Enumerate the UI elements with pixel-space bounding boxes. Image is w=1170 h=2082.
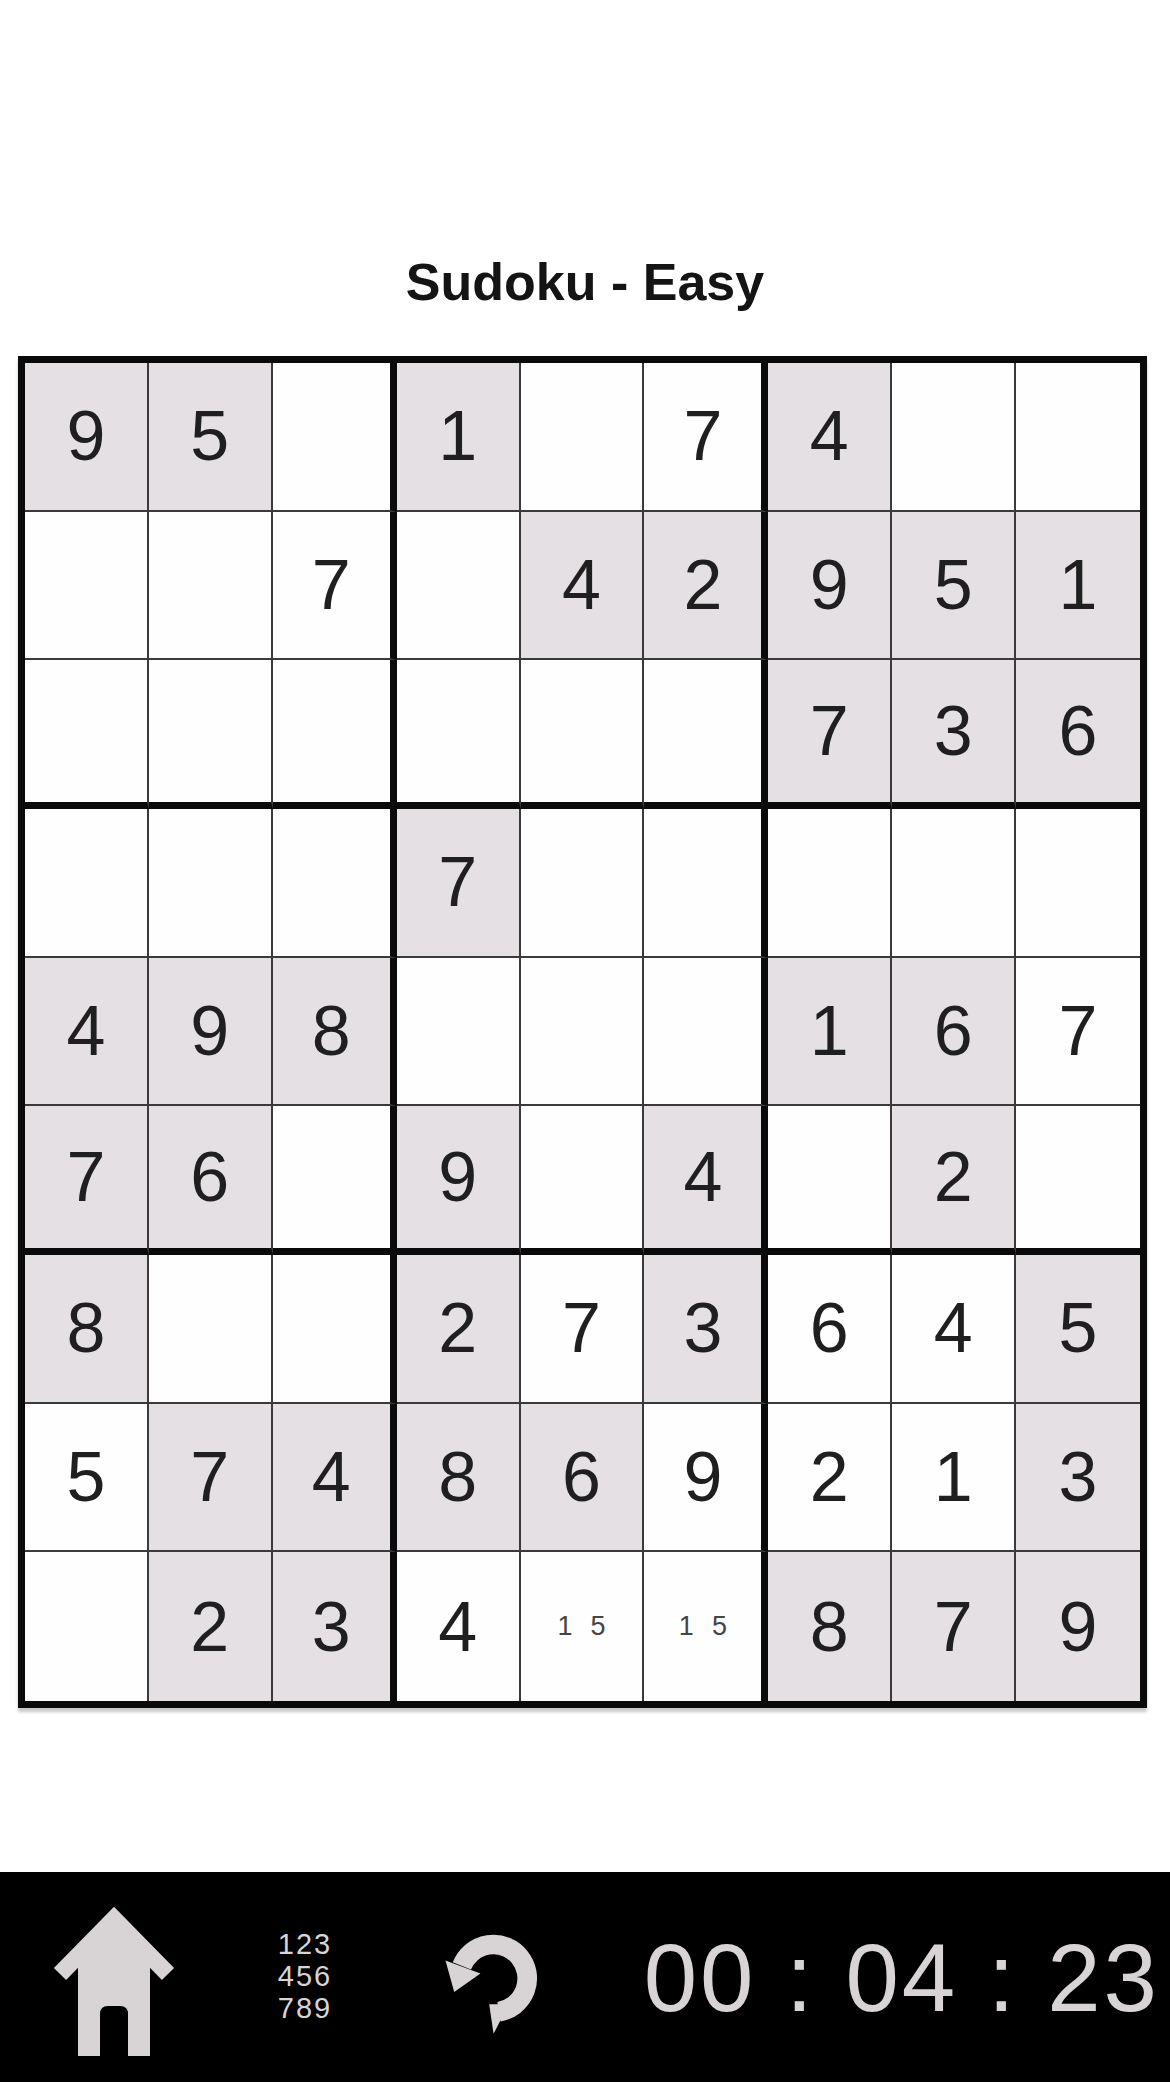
cell-value: 7 xyxy=(810,696,849,766)
cell-r8c7[interactable]: 2 xyxy=(768,1404,892,1553)
cell-value: 8 xyxy=(438,1442,477,1512)
cell-r5c8[interactable]: 6 xyxy=(892,958,1016,1107)
cell-r3c2[interactable] xyxy=(149,660,273,809)
cell-r8c9[interactable]: 3 xyxy=(1016,1404,1140,1553)
cell-r7c5[interactable]: 7 xyxy=(521,1255,645,1404)
cell-value: 2 xyxy=(190,1592,229,1662)
cell-r4c5[interactable] xyxy=(521,809,645,958)
page-title: Sudoku - Easy xyxy=(0,254,1170,310)
cell-value: 7 xyxy=(1059,996,1098,1066)
cell-r3c4[interactable] xyxy=(397,660,521,809)
cell-r9c4[interactable]: 4 xyxy=(397,1552,521,1701)
cell-r2c2[interactable] xyxy=(149,512,273,661)
cell-r5c4[interactable] xyxy=(397,958,521,1107)
cell-value: 7 xyxy=(934,1592,973,1662)
cell-r9c1[interactable] xyxy=(25,1552,149,1701)
cell-r4c3[interactable] xyxy=(273,809,397,958)
cell-r1c7[interactable]: 4 xyxy=(768,363,892,512)
cell-value: 2 xyxy=(438,1293,477,1363)
cell-value: 2 xyxy=(810,1442,849,1512)
cell-value: 4 xyxy=(562,550,601,620)
cell-value: 1 xyxy=(1059,550,1098,620)
cell-value: 2 xyxy=(683,550,722,620)
cell-r9c2[interactable]: 2 xyxy=(149,1552,273,1701)
cell-r5c6[interactable] xyxy=(644,958,768,1107)
numpad-line-3: 789 xyxy=(255,1992,355,2024)
cell-r7c6[interactable]: 3 xyxy=(644,1255,768,1404)
cell-value: 7 xyxy=(438,847,477,917)
cell-r1c8[interactable] xyxy=(892,363,1016,512)
cell-value: 6 xyxy=(190,1142,229,1212)
sudoku-board: 9517474295173674981677694282736455748692… xyxy=(18,356,1147,1708)
cell-value: 7 xyxy=(683,401,722,471)
cell-r1c4[interactable]: 1 xyxy=(397,363,521,512)
cell-r5c2[interactable]: 9 xyxy=(149,958,273,1107)
cell-r7c3[interactable] xyxy=(273,1255,397,1404)
cell-value: 3 xyxy=(934,696,973,766)
cell-r8c2[interactable]: 7 xyxy=(149,1404,273,1553)
cell-r8c6[interactable]: 9 xyxy=(644,1404,768,1553)
cell-value: 9 xyxy=(438,1142,477,1212)
cell-r2c1[interactable] xyxy=(25,512,149,661)
game-timer: 00 : 04 : 23 xyxy=(644,1872,1160,2082)
cell-r6c6[interactable]: 4 xyxy=(644,1106,768,1255)
cell-value: 3 xyxy=(312,1592,351,1662)
cell-value: 3 xyxy=(683,1293,722,1363)
pencil-note-digit: 1 xyxy=(557,1613,572,1640)
cell-r6c7[interactable] xyxy=(768,1106,892,1255)
cell-r6c8[interactable]: 2 xyxy=(892,1106,1016,1255)
home-icon xyxy=(52,1906,176,2056)
cell-r7c1[interactable]: 8 xyxy=(25,1255,149,1404)
cell-value: 2 xyxy=(934,1142,973,1212)
cell-r8c1[interactable]: 5 xyxy=(25,1404,149,1553)
undo-button[interactable] xyxy=(432,1920,542,2038)
cell-r9c3[interactable]: 3 xyxy=(273,1552,397,1701)
cell-r1c9[interactable] xyxy=(1016,363,1140,512)
cell-r6c2[interactable]: 6 xyxy=(149,1106,273,1255)
pencil-numpad-button[interactable]: 123 456 789 xyxy=(255,1928,355,2024)
cell-value: 8 xyxy=(810,1592,849,1662)
cell-r9c8[interactable]: 7 xyxy=(892,1552,1016,1701)
cell-value: 4 xyxy=(66,996,105,1066)
cell-r4c8[interactable] xyxy=(892,809,1016,958)
cell-value: 6 xyxy=(1059,696,1098,766)
cell-value: 9 xyxy=(810,550,849,620)
cell-value: 1 xyxy=(934,1442,973,1512)
cell-value: 9 xyxy=(683,1442,722,1512)
pencil-notes: 15 xyxy=(557,1613,605,1640)
cell-r6c4[interactable]: 9 xyxy=(397,1106,521,1255)
cell-value: 3 xyxy=(1059,1442,1098,1512)
cell-r8c3[interactable]: 4 xyxy=(273,1404,397,1553)
cell-r2c5[interactable]: 4 xyxy=(521,512,645,661)
cell-r4c7[interactable] xyxy=(768,809,892,958)
cell-value: 5 xyxy=(66,1442,105,1512)
cell-r2c8[interactable]: 5 xyxy=(892,512,1016,661)
cell-r4c4[interactable]: 7 xyxy=(397,809,521,958)
cell-r8c4[interactable]: 8 xyxy=(397,1404,521,1553)
cell-r4c9[interactable] xyxy=(1016,809,1140,958)
cell-r6c1[interactable]: 7 xyxy=(25,1106,149,1255)
undo-icon xyxy=(432,1920,542,2038)
cell-value: 9 xyxy=(1059,1592,1098,1662)
cell-value: 7 xyxy=(312,550,351,620)
cell-r9c7[interactable]: 8 xyxy=(768,1552,892,1701)
cell-value: 1 xyxy=(810,996,849,1066)
cell-r1c2[interactable]: 5 xyxy=(149,363,273,512)
cell-r1c6[interactable]: 7 xyxy=(644,363,768,512)
numpad-line-1: 123 xyxy=(255,1928,355,1960)
cell-r1c3[interactable] xyxy=(273,363,397,512)
cell-value: 5 xyxy=(190,401,229,471)
cell-value: 4 xyxy=(934,1293,973,1363)
cell-value: 7 xyxy=(562,1293,601,1363)
cell-r3c7[interactable]: 7 xyxy=(768,660,892,809)
cell-r3c9[interactable]: 6 xyxy=(1016,660,1140,809)
cell-r5c1[interactable]: 4 xyxy=(25,958,149,1107)
cell-r5c9[interactable]: 7 xyxy=(1016,958,1140,1107)
cell-r2c9[interactable]: 1 xyxy=(1016,512,1140,661)
cell-value: 6 xyxy=(810,1293,849,1363)
cell-value: 4 xyxy=(438,1592,477,1662)
numpad-line-2: 456 xyxy=(255,1960,355,1992)
cell-r4c2[interactable] xyxy=(149,809,273,958)
cell-r5c7[interactable]: 1 xyxy=(768,958,892,1107)
cell-r3c8[interactable]: 3 xyxy=(892,660,1016,809)
cell-value: 6 xyxy=(562,1442,601,1512)
cell-value: 7 xyxy=(190,1442,229,1512)
cell-r6c3[interactable] xyxy=(273,1106,397,1255)
cell-value: 8 xyxy=(66,1293,105,1363)
cell-value: 9 xyxy=(66,401,105,471)
cell-value: 5 xyxy=(934,550,973,620)
cell-r9c5[interactable]: 15 xyxy=(521,1552,645,1701)
home-button[interactable] xyxy=(52,1906,176,2056)
cell-value: 5 xyxy=(1059,1293,1098,1363)
cell-value: 7 xyxy=(66,1142,105,1212)
cell-r5c5[interactable] xyxy=(521,958,645,1107)
cell-r2c7[interactable]: 9 xyxy=(768,512,892,661)
pencil-note-digit: 5 xyxy=(712,1613,727,1640)
cell-r3c5[interactable] xyxy=(521,660,645,809)
cell-r5c3[interactable]: 8 xyxy=(273,958,397,1107)
cell-r6c9[interactable] xyxy=(1016,1106,1140,1255)
cell-r1c1[interactable]: 9 xyxy=(25,363,149,512)
cell-r1c5[interactable] xyxy=(521,363,645,512)
cell-r2c6[interactable]: 2 xyxy=(644,512,768,661)
cell-r9c9[interactable]: 9 xyxy=(1016,1552,1140,1701)
cell-value: 6 xyxy=(934,996,973,1066)
cell-r4c1[interactable] xyxy=(25,809,149,958)
cell-r3c1[interactable] xyxy=(25,660,149,809)
cell-value: 8 xyxy=(312,996,351,1066)
cell-value: 4 xyxy=(810,401,849,471)
cell-r7c7[interactable]: 6 xyxy=(768,1255,892,1404)
cell-r3c6[interactable] xyxy=(644,660,768,809)
cell-r7c2[interactable] xyxy=(149,1255,273,1404)
cell-r8c5[interactable]: 6 xyxy=(521,1404,645,1553)
pencil-notes: 15 xyxy=(679,1613,727,1640)
pencil-note-digit: 1 xyxy=(679,1613,694,1640)
cell-r8c8[interactable]: 1 xyxy=(892,1404,1016,1553)
cell-r2c3[interactable]: 7 xyxy=(273,512,397,661)
cell-r2c4[interactable] xyxy=(397,512,521,661)
cell-r7c4[interactable]: 2 xyxy=(397,1255,521,1404)
cell-r3c3[interactable] xyxy=(273,660,397,809)
cell-r6c5[interactable] xyxy=(521,1106,645,1255)
cell-r4c6[interactable] xyxy=(644,809,768,958)
pencil-note-digit: 5 xyxy=(590,1613,605,1640)
cell-value: 1 xyxy=(438,401,477,471)
cell-r7c9[interactable]: 5 xyxy=(1016,1255,1140,1404)
cell-value: 4 xyxy=(683,1142,722,1212)
cell-r7c8[interactable]: 4 xyxy=(892,1255,1016,1404)
bottom-toolbar: 123 456 789 00 : 04 : 23 xyxy=(0,1872,1170,2082)
cell-value: 9 xyxy=(190,996,229,1066)
cell-value: 4 xyxy=(312,1442,351,1512)
cell-r9c6[interactable]: 15 xyxy=(644,1552,768,1701)
